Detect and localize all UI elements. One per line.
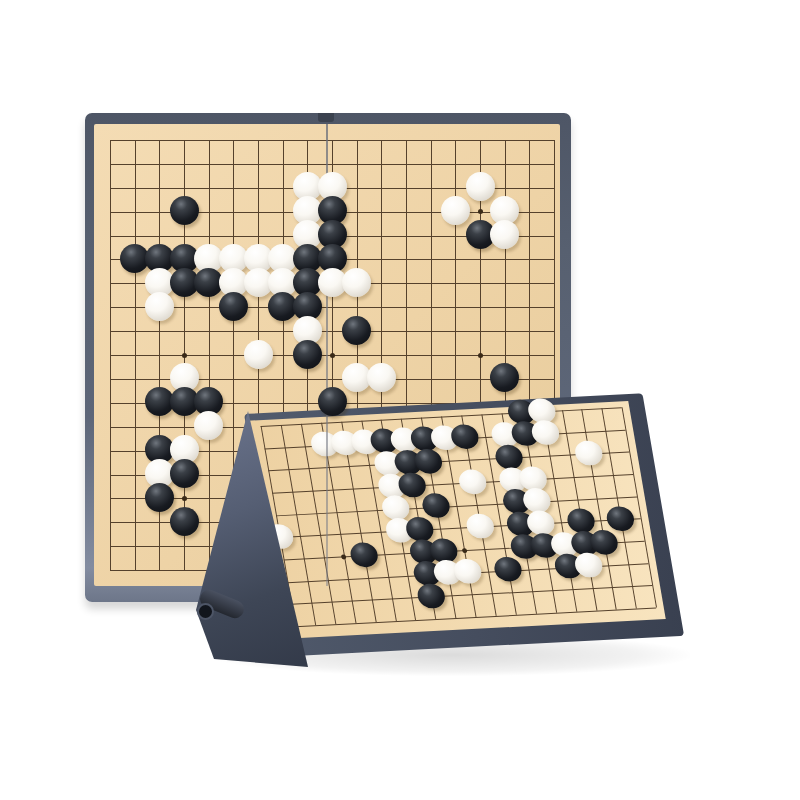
go-stone-black[interactable]	[145, 483, 174, 512]
star-point	[182, 353, 187, 358]
star-point	[461, 548, 467, 553]
go-stone-black[interactable]	[565, 508, 596, 534]
go-stone-black[interactable]	[348, 541, 379, 567]
grid-line-horizontal	[261, 407, 622, 427]
front-board-surface	[248, 401, 666, 639]
fold-hinge-notch	[318, 113, 334, 122]
hinge-pin-hole	[197, 603, 214, 620]
grid-line-vertical	[622, 407, 657, 607]
go-stone-black[interactable]	[421, 493, 452, 519]
go-stone-black[interactable]	[293, 340, 322, 369]
star-point	[478, 209, 483, 214]
go-stone-black[interactable]	[170, 196, 199, 225]
star-point	[478, 353, 483, 358]
go-stone-black[interactable]	[493, 444, 524, 470]
go-stone-white[interactable]	[574, 440, 605, 466]
go-stone-white[interactable]	[367, 363, 396, 392]
go-stone-white[interactable]	[441, 196, 470, 225]
go-stone-black[interactable]	[170, 507, 199, 536]
go-stone-black[interactable]	[219, 292, 248, 321]
go-stone-black[interactable]	[318, 387, 347, 416]
go-stone-white[interactable]	[244, 340, 273, 369]
go-stone-white[interactable]	[145, 292, 174, 321]
grid-line-horizontal	[110, 140, 554, 141]
grid-line-horizontal	[110, 331, 554, 332]
front-board-frame	[244, 393, 684, 656]
star-point	[341, 554, 347, 559]
star-point	[330, 353, 335, 358]
go-stone-black[interactable]	[605, 506, 636, 532]
go-stone-white[interactable]	[490, 220, 519, 249]
go-stone-white[interactable]	[466, 172, 495, 201]
go-stone-white[interactable]	[342, 268, 371, 297]
go-stone-white[interactable]	[381, 495, 412, 521]
go-stone-white[interactable]	[194, 411, 223, 440]
go-stone-black[interactable]	[490, 363, 519, 392]
grid-line-horizontal	[110, 164, 554, 165]
go-stone-white[interactable]	[457, 468, 488, 494]
grid-line-horizontal	[295, 608, 656, 628]
go-stone-black[interactable]	[170, 459, 199, 488]
go-stone-black[interactable]	[342, 316, 371, 345]
product-photo-go-set	[0, 0, 800, 800]
go-stone-white[interactable]	[465, 513, 496, 539]
go-stone-black[interactable]	[492, 556, 523, 582]
go-stone-black[interactable]	[416, 583, 447, 609]
grid-line-horizontal	[291, 585, 652, 605]
star-point	[182, 496, 187, 501]
grid-line-horizontal	[110, 307, 554, 308]
